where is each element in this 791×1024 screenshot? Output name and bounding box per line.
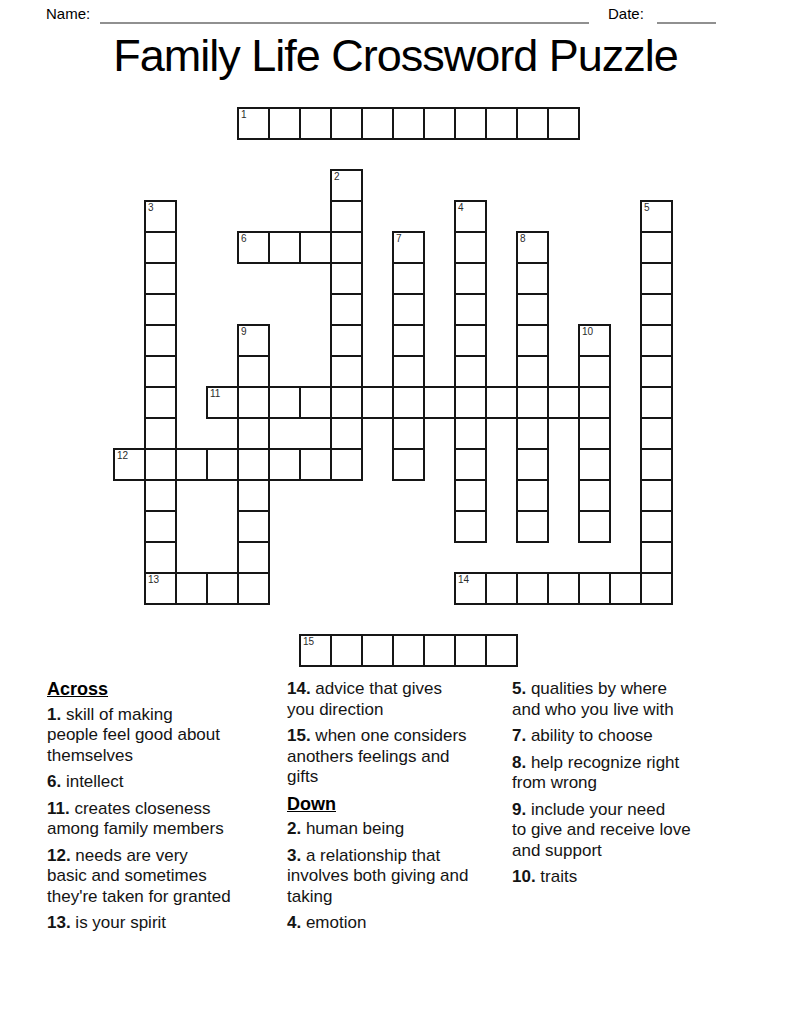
cell-r3c1[interactable]: 3 [144, 200, 177, 233]
clue-7: 7. ability to choose [512, 726, 764, 747]
clue-line: they're taken for granted [47, 887, 289, 908]
cell-r15c3[interactable] [206, 572, 239, 605]
clues-column-right: 5. qualities by whereand who you live wi… [512, 679, 764, 894]
clue-number-13: 13 [148, 574, 159, 585]
clue-line: 13. is your spirit [47, 913, 289, 934]
cell-r15c12[interactable] [485, 572, 518, 605]
clue-line: 7. ability to choose [512, 726, 764, 747]
cell-r9c7[interactable] [330, 386, 363, 419]
clue-line: 1. skill of making [47, 705, 289, 726]
cell-r9c10[interactable] [423, 386, 456, 419]
name-blank-line[interactable] [100, 8, 589, 24]
cell-r6c17[interactable] [640, 293, 673, 326]
cell-r9c13[interactable] [516, 386, 549, 419]
cell-r7c17[interactable] [640, 324, 673, 357]
cell-r5c7[interactable] [330, 262, 363, 295]
down-heading: Down [287, 794, 519, 815]
clue-number-1: 1 [241, 109, 247, 120]
cell-r8c15[interactable] [578, 355, 611, 388]
cell-r8c7[interactable] [330, 355, 363, 388]
cell-r9c8[interactable] [361, 386, 394, 419]
cell-r9c3[interactable]: 11 [206, 386, 239, 419]
clue-15: 15. when one considersanothers feelings … [287, 726, 519, 788]
cell-r9c12[interactable] [485, 386, 518, 419]
clue-line: 3. a relationship that [287, 846, 519, 867]
cell-r4c9[interactable]: 7 [392, 231, 425, 264]
clue-number-label: 4. [287, 913, 301, 932]
cell-r9c4[interactable] [237, 386, 270, 419]
clue-line: themselves [47, 746, 289, 767]
cell-r12c4[interactable] [237, 479, 270, 512]
cell-r12c11[interactable] [454, 479, 487, 512]
cell-r12c15[interactable] [578, 479, 611, 512]
cell-r13c11[interactable] [454, 510, 487, 543]
cell-r0c11[interactable] [454, 107, 487, 140]
cell-r7c13[interactable] [516, 324, 549, 357]
cell-r3c11[interactable]: 4 [454, 200, 487, 233]
cell-r11c9[interactable] [392, 448, 425, 481]
cell-r7c11[interactable] [454, 324, 487, 357]
cell-r9c11[interactable] [454, 386, 487, 419]
cell-r6c13[interactable] [516, 293, 549, 326]
clue-line: involves both giving and [287, 866, 519, 887]
clue-6: 6. intellect [47, 772, 289, 793]
clue-5: 5. qualities by whereand who you live wi… [512, 679, 764, 720]
cell-r15c15[interactable] [578, 572, 611, 605]
clue-4: 4. emotion [287, 913, 519, 934]
cell-r0c4[interactable]: 1 [237, 107, 270, 140]
cell-r17c11[interactable] [454, 634, 487, 667]
cell-r12c17[interactable] [640, 479, 673, 512]
cell-r11c0[interactable]: 12 [113, 448, 146, 481]
cell-r10c17[interactable] [640, 417, 673, 450]
cell-r9c17[interactable] [640, 386, 673, 419]
clue-number-label: 9. [512, 800, 526, 819]
clue-number-8: 8 [520, 233, 526, 244]
cell-r6c7[interactable] [330, 293, 363, 326]
cell-r11c7[interactable] [330, 448, 363, 481]
clues-column-middle: 14. advice that givesyou direction15. wh… [287, 679, 519, 940]
cell-r7c7[interactable] [330, 324, 363, 357]
clue-number-15: 15 [303, 636, 314, 647]
clue-line: and support [512, 841, 764, 862]
clue-line: people feel good about [47, 725, 289, 746]
clue-number-11: 11 [210, 388, 220, 399]
cell-r17c9[interactable] [392, 634, 425, 667]
clue-1: 1. skill of makingpeople feel good about… [47, 705, 289, 767]
clue-number-label: 10. [512, 867, 536, 886]
clue-number-label: 7. [512, 726, 526, 745]
clue-line: 12. needs are very [47, 846, 289, 867]
clue-number-14: 14 [458, 574, 469, 585]
cell-r7c9[interactable] [392, 324, 425, 357]
crossword-board: 123456789101112131415 [113, 107, 673, 667]
cell-r11c3[interactable] [206, 448, 239, 481]
clues-column-left: Across1. skill of makingpeople feel good… [47, 679, 289, 940]
cell-r8c11[interactable] [454, 355, 487, 388]
cell-r6c11[interactable] [454, 293, 487, 326]
cell-r4c17[interactable] [640, 231, 673, 264]
date-label: Date: [608, 5, 644, 22]
cell-r13c13[interactable] [516, 510, 549, 543]
clue-number-7: 7 [396, 233, 402, 244]
cell-r7c1[interactable] [144, 324, 177, 357]
cell-r4c13[interactable]: 8 [516, 231, 549, 264]
cell-r7c4[interactable]: 9 [237, 324, 270, 357]
cell-r9c6[interactable] [299, 386, 332, 419]
cell-r9c9[interactable] [392, 386, 425, 419]
cell-r10c9[interactable] [392, 417, 425, 450]
clue-line: you direction [287, 700, 519, 721]
cell-r14c17[interactable] [640, 541, 673, 574]
clue-line: 15. when one considers [287, 726, 519, 747]
cell-r14c1[interactable] [144, 541, 177, 574]
clue-11: 11. creates closenessamong family member… [47, 799, 289, 840]
clue-line: 4. emotion [287, 913, 519, 934]
cell-r11c4[interactable] [237, 448, 270, 481]
cell-r15c16[interactable] [609, 572, 642, 605]
cell-r9c5[interactable] [268, 386, 301, 419]
cell-r12c1[interactable] [144, 479, 177, 512]
clue-number-label: 5. [512, 679, 526, 698]
cell-r5c11[interactable] [454, 262, 487, 295]
cell-r4c11[interactable] [454, 231, 487, 264]
cell-r0c10[interactable] [423, 107, 456, 140]
cell-r6c9[interactable] [392, 293, 425, 326]
cell-r8c9[interactable] [392, 355, 425, 388]
clue-9: 9. include your needto give and receive … [512, 800, 764, 862]
cell-r0c9[interactable] [392, 107, 425, 140]
cell-r10c1[interactable] [144, 417, 177, 450]
cell-r4c7[interactable] [330, 231, 363, 264]
clue-line: among family members [47, 819, 289, 840]
clue-line: 11. creates closeness [47, 799, 289, 820]
cell-r2c7[interactable]: 2 [330, 169, 363, 202]
clue-line: taking [287, 887, 519, 908]
clue-number-label: 8. [512, 753, 526, 772]
clue-number-label: 15. [287, 726, 311, 745]
cell-r17c12[interactable] [485, 634, 518, 667]
clue-10: 10. traits [512, 867, 764, 888]
clue-line: 8. help recognize right [512, 753, 764, 774]
cell-r15c11[interactable]: 14 [454, 572, 487, 605]
cell-r11c6[interactable] [299, 448, 332, 481]
cell-r11c11[interactable] [454, 448, 487, 481]
clue-2: 2. human being [287, 819, 519, 840]
clue-line: 14. advice that gives [287, 679, 519, 700]
cell-r5c9[interactable] [392, 262, 425, 295]
cell-r11c5[interactable] [268, 448, 301, 481]
clue-number-label: 11. [47, 799, 70, 818]
cell-r11c1[interactable] [144, 448, 177, 481]
cell-r8c1[interactable] [144, 355, 177, 388]
clue-line: gifts [287, 767, 519, 788]
cell-r13c15[interactable] [578, 510, 611, 543]
clue-13: 13. is your spirit [47, 913, 289, 934]
clue-12: 12. needs are verybasic and sometimesthe… [47, 846, 289, 908]
clue-line: 10. traits [512, 867, 764, 888]
clue-number-10: 10 [582, 326, 593, 337]
cell-r6c1[interactable] [144, 293, 177, 326]
cell-r3c17[interactable]: 5 [640, 200, 673, 233]
cell-r17c7[interactable] [330, 634, 363, 667]
clue-number-9: 9 [241, 326, 247, 337]
cell-r0c5[interactable] [268, 107, 301, 140]
cell-r0c14[interactable] [547, 107, 580, 140]
clue-number-label: 1. [47, 705, 61, 724]
cell-r7c15[interactable]: 10 [578, 324, 611, 357]
clue-number-label: 3. [287, 846, 301, 865]
clue-number-label: 12. [47, 846, 71, 865]
cell-r10c13[interactable] [516, 417, 549, 450]
clue-number-label: 13. [47, 913, 71, 932]
date-blank-line[interactable] [657, 8, 716, 24]
clue-number-12: 12 [117, 450, 128, 461]
cell-r4c4[interactable]: 6 [237, 231, 270, 264]
cell-r5c1[interactable] [144, 262, 177, 295]
across-heading: Across [47, 679, 289, 700]
cell-r17c8[interactable] [361, 634, 394, 667]
clue-line: 2. human being [287, 819, 519, 840]
clue-line: to give and receive love [512, 820, 764, 841]
cell-r0c7[interactable] [330, 107, 363, 140]
cell-r9c1[interactable] [144, 386, 177, 419]
cell-r8c13[interactable] [516, 355, 549, 388]
clue-line: and who you live with [512, 700, 764, 721]
cell-r17c10[interactable] [423, 634, 456, 667]
cell-r10c7[interactable] [330, 417, 363, 450]
clue-line: basic and sometimes [47, 866, 289, 887]
cell-r14c4[interactable] [237, 541, 270, 574]
cell-r8c4[interactable] [237, 355, 270, 388]
cell-r13c1[interactable] [144, 510, 177, 543]
cell-r11c13[interactable] [516, 448, 549, 481]
page-title: Family Life Crossword Puzzle [0, 30, 791, 82]
clue-number-label: 2. [287, 819, 301, 838]
clue-line: 9. include your need [512, 800, 764, 821]
cell-r5c13[interactable] [516, 262, 549, 295]
cell-r10c4[interactable] [237, 417, 270, 450]
clue-number-label: 14. [287, 679, 311, 698]
clue-line: 5. qualities by where [512, 679, 764, 700]
cell-r11c15[interactable] [578, 448, 611, 481]
cell-r15c2[interactable] [175, 572, 208, 605]
cell-r0c12[interactable] [485, 107, 518, 140]
clue-8: 8. help recognize rightfrom wrong [512, 753, 764, 794]
clue-line: 6. intellect [47, 772, 289, 793]
cell-r10c11[interactable] [454, 417, 487, 450]
cell-r4c5[interactable] [268, 231, 301, 264]
clue-number-5: 5 [644, 202, 650, 213]
cell-r9c15[interactable] [578, 386, 611, 419]
cell-r17c6[interactable]: 15 [299, 634, 332, 667]
cell-r0c13[interactable] [516, 107, 549, 140]
clue-line: anothers feelings and [287, 747, 519, 768]
cell-r15c4[interactable] [237, 572, 270, 605]
cell-r11c17[interactable] [640, 448, 673, 481]
cell-r3c7[interactable] [330, 200, 363, 233]
cell-r15c17[interactable] [640, 572, 673, 605]
clue-number-4: 4 [458, 202, 464, 213]
clue-3: 3. a relationship thatinvolves both givi… [287, 846, 519, 908]
cell-r5c17[interactable] [640, 262, 673, 295]
cell-r15c13[interactable] [516, 572, 549, 605]
cell-r15c14[interactable] [547, 572, 580, 605]
clue-number-label: 6. [47, 772, 61, 791]
cell-r9c14[interactable] [547, 386, 580, 419]
name-label: Name: [46, 5, 90, 22]
clue-14: 14. advice that givesyou direction [287, 679, 519, 720]
clue-line: from wrong [512, 773, 764, 794]
cell-r4c1[interactable] [144, 231, 177, 264]
cell-r11c2[interactable] [175, 448, 208, 481]
cell-r12c13[interactable] [516, 479, 549, 512]
cell-r0c8[interactable] [361, 107, 394, 140]
cell-r15c1[interactable]: 13 [144, 572, 177, 605]
clue-number-6: 6 [241, 233, 247, 244]
clue-number-3: 3 [148, 202, 154, 213]
cell-r13c4[interactable] [237, 510, 270, 543]
cell-r13c17[interactable] [640, 510, 673, 543]
cell-r8c17[interactable] [640, 355, 673, 388]
clue-number-2: 2 [334, 171, 340, 182]
cell-r0c6[interactable] [299, 107, 332, 140]
cell-r4c6[interactable] [299, 231, 332, 264]
cell-r10c15[interactable] [578, 417, 611, 450]
